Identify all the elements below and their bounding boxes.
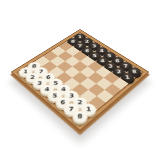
- board-grid: 12345678876543218765432112345678: [18, 33, 142, 124]
- checkers-board-frame: 12345678876543218765432112345678: [12, 30, 148, 130]
- square-r1c8[interactable]: 8: [71, 110, 89, 125]
- piece-number: 8: [72, 111, 87, 123]
- product-photo-scene: 12345678876543218765432112345678: [0, 0, 160, 160]
